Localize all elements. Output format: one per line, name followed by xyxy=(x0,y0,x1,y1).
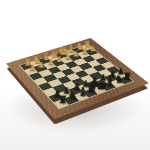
square-a2[interactable]: ♟ xyxy=(25,67,39,75)
chess-set-photo: ♜♞♝♛♚♝♞♜♟♟♟♟♟♟♟♟♟♟♟♟♟♟♟♟♜♞♝♛♚♝♞♜ xyxy=(0,0,150,150)
piece-white-pawn[interactable]: ♟ xyxy=(25,64,41,72)
piece-black-rook[interactable]: ♜ xyxy=(54,94,72,105)
square-a8[interactable]: ♜ xyxy=(54,99,69,109)
